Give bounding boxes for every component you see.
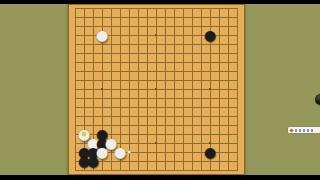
grid-line-vertical <box>201 8 202 171</box>
grid-line-horizontal <box>75 170 238 171</box>
letterbox-bottom <box>0 175 320 180</box>
blue-tick-icon[interactable] <box>311 129 313 132</box>
grid-line-horizontal <box>75 161 238 162</box>
star-point <box>155 34 157 36</box>
grid-line-vertical <box>228 8 229 171</box>
blue-tick-icon[interactable] <box>307 129 309 132</box>
mini-toolbar[interactable] <box>288 127 320 133</box>
grid-line-horizontal <box>75 107 238 108</box>
white-stone: ● <box>96 29 108 41</box>
grid-line-vertical <box>183 8 184 171</box>
black-stone: ● <box>204 29 216 41</box>
last-move-marker <box>82 132 86 136</box>
black-stone: ● <box>204 146 216 158</box>
star-point <box>209 88 211 90</box>
blue-tick-icon[interactable] <box>299 129 301 132</box>
star-point <box>155 88 157 90</box>
star-point <box>155 142 157 144</box>
screen: ●●●●●●●●●●●●●●✦ <box>0 0 320 180</box>
blue-tick-icon[interactable] <box>295 129 297 132</box>
grid-line-vertical <box>219 8 220 171</box>
grid-line-horizontal <box>75 98 238 99</box>
star-point <box>101 88 103 90</box>
go-board[interactable]: ●●●●●●●●●●●●●●✦ <box>68 4 245 175</box>
grid-line-horizontal <box>75 116 238 117</box>
grid-line-vertical <box>165 8 166 171</box>
grid-line-vertical <box>192 8 193 171</box>
red-diamond-icon[interactable] <box>289 128 293 132</box>
partial-black-stone-icon <box>315 94 320 105</box>
grid-line-vertical <box>174 8 175 171</box>
hint-sparkle-icon: ✦ <box>127 150 131 154</box>
blue-tick-icon[interactable] <box>303 129 305 132</box>
black-stone: ● <box>87 155 99 167</box>
white-stone: ● <box>114 146 126 158</box>
grid-line-vertical <box>237 8 238 171</box>
